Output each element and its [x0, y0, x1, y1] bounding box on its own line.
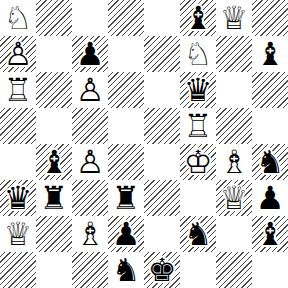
black-rook-b3: ♜ [36, 180, 72, 216]
square-b7[interactable] [36, 36, 72, 72]
piece-halo: ♜ [180, 108, 216, 144]
piece-halo: ♛ [216, 0, 252, 36]
black-bishop-h7: ♝ [252, 36, 288, 72]
black-queen-a3: ♛ [0, 180, 36, 216]
piece-halo: ♝ [216, 144, 252, 180]
square-b5[interactable] [36, 108, 72, 144]
white-king-f4: ♔ [180, 144, 216, 180]
white-knight-a8: ♘ [0, 0, 36, 36]
black-knight-h4: ♞ [252, 144, 288, 180]
square-c1[interactable] [72, 252, 108, 288]
square-c3[interactable] [72, 180, 108, 216]
square-a4[interactable] [0, 144, 36, 180]
black-bishop-f8: ♝ [180, 0, 216, 36]
square-f3[interactable] [180, 180, 216, 216]
piece-halo: ♜ [108, 180, 144, 216]
white-pawn-c4: ♙ [72, 144, 108, 180]
black-pawn-h3: ♟ [252, 180, 288, 216]
square-e3[interactable] [144, 180, 180, 216]
square-d6[interactable] [108, 72, 144, 108]
piece-halo: ♞ [252, 144, 288, 180]
square-c2[interactable]: ♝♗ [72, 216, 108, 252]
black-bishop-b4: ♝ [36, 144, 72, 180]
square-d3[interactable]: ♜♜ [108, 180, 144, 216]
square-c6[interactable]: ♟♙ [72, 72, 108, 108]
square-e5[interactable] [144, 108, 180, 144]
square-d2[interactable]: ♟♟ [108, 216, 144, 252]
piece-halo: ♝ [72, 216, 108, 252]
square-e1[interactable]: ♚♚ [144, 252, 180, 288]
piece-halo: ♝ [180, 0, 216, 36]
square-g3[interactable]: ♛♕ [216, 180, 252, 216]
white-pawn-a7: ♙ [0, 36, 36, 72]
black-pawn-c7: ♟ [72, 36, 108, 72]
square-e7[interactable] [144, 36, 180, 72]
square-c5[interactable] [72, 108, 108, 144]
piece-halo: ♝ [252, 216, 288, 252]
black-knight-d1: ♞ [108, 252, 144, 288]
square-b1[interactable] [36, 252, 72, 288]
piece-halo: ♜ [36, 180, 72, 216]
square-f5[interactable]: ♜♖ [180, 108, 216, 144]
piece-halo: ♜ [0, 72, 36, 108]
square-h5[interactable] [252, 108, 288, 144]
square-f2[interactable]: ♞♞ [180, 216, 216, 252]
piece-halo: ♛ [216, 180, 252, 216]
square-a3[interactable]: ♛♛ [0, 180, 36, 216]
square-e6[interactable] [144, 72, 180, 108]
white-pawn-c6: ♙ [72, 72, 108, 108]
piece-halo: ♝ [252, 36, 288, 72]
white-rook-f5: ♖ [180, 108, 216, 144]
square-h1[interactable] [252, 252, 288, 288]
square-a8[interactable]: ♞♘ [0, 0, 36, 36]
square-f7[interactable]: ♞♘ [180, 36, 216, 72]
square-b4[interactable]: ♝♝ [36, 144, 72, 180]
square-a7[interactable]: ♟♙ [0, 36, 36, 72]
square-a5[interactable] [0, 108, 36, 144]
square-h4[interactable]: ♞♞ [252, 144, 288, 180]
black-queen-f6: ♛ [180, 72, 216, 108]
square-f4[interactable]: ♚♔ [180, 144, 216, 180]
square-h6[interactable] [252, 72, 288, 108]
square-d8[interactable] [108, 0, 144, 36]
square-e8[interactable] [144, 0, 180, 36]
piece-halo: ♛ [0, 216, 36, 252]
piece-halo: ♟ [0, 36, 36, 72]
square-b8[interactable] [36, 0, 72, 36]
square-a6[interactable]: ♜♖ [0, 72, 36, 108]
square-c4[interactable]: ♟♙ [72, 144, 108, 180]
white-knight-f7: ♘ [180, 36, 216, 72]
square-g1[interactable] [216, 252, 252, 288]
chess-board: ♞♘♝♝♛♕♟♙♟♟♞♘♝♝♜♖♟♙♛♛♜♖♝♝♟♙♚♔♝♗♞♞♛♛♜♜♜♜♛♕… [0, 0, 288, 288]
square-f6[interactable]: ♛♛ [180, 72, 216, 108]
square-g4[interactable]: ♝♗ [216, 144, 252, 180]
square-e4[interactable] [144, 144, 180, 180]
square-c7[interactable]: ♟♟ [72, 36, 108, 72]
square-a1[interactable] [0, 252, 36, 288]
white-queen-a2: ♕ [0, 216, 36, 252]
piece-halo: ♚ [144, 252, 180, 288]
square-b3[interactable]: ♜♜ [36, 180, 72, 216]
piece-halo: ♛ [180, 72, 216, 108]
square-e2[interactable] [144, 216, 180, 252]
white-queen-g8: ♕ [216, 0, 252, 36]
square-a2[interactable]: ♛♕ [0, 216, 36, 252]
square-b6[interactable] [36, 72, 72, 108]
square-f1[interactable] [180, 252, 216, 288]
square-d7[interactable] [108, 36, 144, 72]
white-bishop-c2: ♗ [72, 216, 108, 252]
square-g6[interactable] [216, 72, 252, 108]
white-bishop-g4: ♗ [216, 144, 252, 180]
square-c8[interactable] [72, 0, 108, 36]
piece-halo: ♟ [108, 216, 144, 252]
white-rook-a6: ♖ [0, 72, 36, 108]
square-d1[interactable]: ♞♞ [108, 252, 144, 288]
piece-halo: ♞ [180, 36, 216, 72]
piece-halo: ♟ [72, 36, 108, 72]
white-queen-g3: ♕ [216, 180, 252, 216]
square-d5[interactable] [108, 108, 144, 144]
square-h7[interactable]: ♝♝ [252, 36, 288, 72]
piece-halo: ♝ [36, 144, 72, 180]
square-g5[interactable] [216, 108, 252, 144]
black-pawn-d2: ♟ [108, 216, 144, 252]
piece-halo: ♚ [180, 144, 216, 180]
square-g7[interactable] [216, 36, 252, 72]
square-g8[interactable]: ♛♕ [216, 0, 252, 36]
piece-halo: ♛ [0, 180, 36, 216]
black-bishop-h2: ♝ [252, 216, 288, 252]
black-knight-f2: ♞ [180, 216, 216, 252]
square-h8[interactable] [252, 0, 288, 36]
piece-halo: ♟ [252, 180, 288, 216]
square-d4[interactable] [108, 144, 144, 180]
piece-halo: ♞ [0, 0, 36, 36]
piece-halo: ♟ [72, 144, 108, 180]
piece-halo: ♞ [108, 252, 144, 288]
black-rook-d3: ♜ [108, 180, 144, 216]
piece-halo: ♞ [180, 216, 216, 252]
square-h3[interactable]: ♟♟ [252, 180, 288, 216]
square-b2[interactable] [36, 216, 72, 252]
square-h2[interactable]: ♝♝ [252, 216, 288, 252]
square-g2[interactable] [216, 216, 252, 252]
square-f8[interactable]: ♝♝ [180, 0, 216, 36]
piece-halo: ♟ [72, 72, 108, 108]
black-king-e1: ♚ [144, 252, 180, 288]
